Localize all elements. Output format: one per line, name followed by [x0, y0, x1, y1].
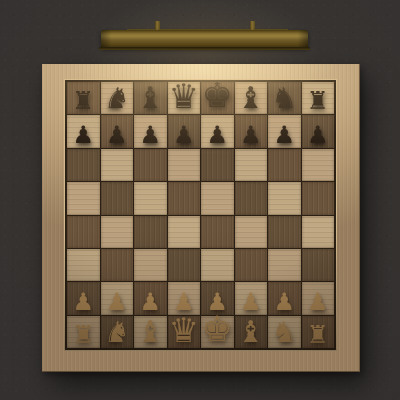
chess-piece-light-p[interactable]: ♟: [273, 290, 295, 314]
square-c6[interactable]: [134, 149, 167, 181]
square-e8[interactable]: ♚: [201, 82, 234, 114]
square-f8[interactable]: ♝: [235, 82, 268, 114]
chess-piece-dark-p[interactable]: ♟: [72, 123, 94, 147]
square-b8[interactable]: ♞: [101, 82, 134, 114]
chess-piece-light-n[interactable]: ♞: [271, 318, 297, 347]
square-e5[interactable]: [201, 182, 234, 214]
chess-piece-light-r[interactable]: ♜: [72, 322, 94, 347]
square-b6[interactable]: [101, 149, 134, 181]
square-h5[interactable]: [302, 182, 335, 214]
square-c5[interactable]: [134, 182, 167, 214]
chess-piece-light-k[interactable]: ♚: [202, 312, 233, 347]
square-f1[interactable]: ♝: [235, 316, 268, 348]
square-g6[interactable]: [268, 149, 301, 181]
square-h1[interactable]: ♜: [302, 316, 335, 348]
square-c7[interactable]: ♟: [134, 115, 167, 147]
square-a1[interactable]: ♜: [67, 316, 100, 348]
square-e4[interactable]: [201, 216, 234, 248]
square-h2[interactable]: ♟: [302, 282, 335, 314]
square-c1[interactable]: ♝: [134, 316, 167, 348]
square-a7[interactable]: ♟: [67, 115, 100, 147]
square-g2[interactable]: ♟: [268, 282, 301, 314]
square-e6[interactable]: [201, 149, 234, 181]
square-a4[interactable]: [67, 216, 100, 248]
chess-piece-light-r[interactable]: ♜: [307, 322, 329, 347]
square-e7[interactable]: ♟: [201, 115, 234, 147]
chess-piece-light-q[interactable]: ♛: [169, 313, 199, 347]
square-b2[interactable]: ♟: [101, 282, 134, 314]
square-d8[interactable]: ♛: [168, 82, 201, 114]
square-g1[interactable]: ♞: [268, 316, 301, 348]
square-h3[interactable]: [302, 249, 335, 281]
square-a8[interactable]: ♜: [67, 82, 100, 114]
wall: { "game": "chess", "position": "rnbqkbnr…: [0, 0, 400, 400]
square-e3[interactable]: [201, 249, 234, 281]
chess-piece-dark-r[interactable]: ♜: [72, 88, 94, 113]
chess-piece-dark-q[interactable]: ♛: [169, 79, 199, 113]
chess-piece-light-b[interactable]: ♝: [237, 317, 264, 347]
square-c2[interactable]: ♟: [134, 282, 167, 314]
light-shade: [101, 30, 308, 48]
chess-piece-dark-p[interactable]: ♟: [307, 123, 329, 147]
square-f2[interactable]: ♟: [235, 282, 268, 314]
square-g5[interactable]: [268, 182, 301, 214]
light-lip: [99, 47, 310, 50]
chess-piece-light-b[interactable]: ♝: [137, 317, 164, 347]
square-a6[interactable]: [67, 149, 100, 181]
square-g4[interactable]: [268, 216, 301, 248]
square-f4[interactable]: [235, 216, 268, 248]
chess-piece-dark-r[interactable]: ♜: [307, 88, 329, 113]
square-g8[interactable]: ♞: [268, 82, 301, 114]
chess-piece-dark-p[interactable]: ♟: [173, 123, 195, 147]
square-f6[interactable]: [235, 149, 268, 181]
square-d6[interactable]: [168, 149, 201, 181]
square-h8[interactable]: ♜: [302, 82, 335, 114]
square-a3[interactable]: [67, 249, 100, 281]
chessboard: ♜♞♝♛♚♝♞♜♟♟♟♟♟♟♟♟♟♟♟♟♟♟♟♟♜♞♝♛♚♝♞♜: [64, 79, 337, 351]
chess-piece-light-p[interactable]: ♟: [72, 290, 94, 314]
square-d3[interactable]: [168, 249, 201, 281]
square-f5[interactable]: [235, 182, 268, 214]
chess-piece-dark-n[interactable]: ♞: [271, 84, 297, 113]
square-h4[interactable]: [302, 216, 335, 248]
square-c3[interactable]: [134, 249, 167, 281]
square-f7[interactable]: ♟: [235, 115, 268, 147]
square-c4[interactable]: [134, 216, 167, 248]
square-b4[interactable]: [101, 216, 134, 248]
square-d5[interactable]: [168, 182, 201, 214]
square-g3[interactable]: [268, 249, 301, 281]
chess-piece-dark-p[interactable]: ♟: [240, 123, 262, 147]
chess-piece-light-p[interactable]: ♟: [240, 290, 262, 314]
square-g7[interactable]: ♟: [268, 115, 301, 147]
chess-piece-light-p[interactable]: ♟: [307, 290, 329, 314]
square-b5[interactable]: [101, 182, 134, 214]
square-a5[interactable]: [67, 182, 100, 214]
chess-piece-light-n[interactable]: ♞: [104, 318, 130, 347]
chess-piece-light-p[interactable]: ♟: [106, 290, 128, 314]
square-c8[interactable]: ♝: [134, 82, 167, 114]
square-h7[interactable]: ♟: [302, 115, 335, 147]
chess-piece-dark-p[interactable]: ♟: [206, 123, 228, 147]
brass-picture-light: [0, 0, 400, 60]
chessboard-frame: ♜♞♝♛♚♝♞♜♟♟♟♟♟♟♟♟♟♟♟♟♟♟♟♟♜♞♝♛♚♝♞♜: [42, 64, 360, 372]
square-d4[interactable]: [168, 216, 201, 248]
square-a2[interactable]: ♟: [67, 282, 100, 314]
chess-piece-dark-p[interactable]: ♟: [106, 123, 128, 147]
chess-piece-dark-b[interactable]: ♝: [237, 83, 264, 113]
square-b7[interactable]: ♟: [101, 115, 134, 147]
chess-piece-light-p[interactable]: ♟: [139, 290, 161, 314]
chess-piece-dark-b[interactable]: ♝: [137, 83, 164, 113]
square-d1[interactable]: ♛: [168, 316, 201, 348]
square-h6[interactable]: [302, 149, 335, 181]
square-d7[interactable]: ♟: [168, 115, 201, 147]
square-b1[interactable]: ♞: [101, 316, 134, 348]
chess-piece-dark-p[interactable]: ♟: [139, 123, 161, 147]
chess-piece-dark-p[interactable]: ♟: [273, 123, 295, 147]
chess-piece-dark-n[interactable]: ♞: [104, 84, 130, 113]
square-b3[interactable]: [101, 249, 134, 281]
chess-piece-dark-k[interactable]: ♚: [202, 78, 233, 113]
square-e1[interactable]: ♚: [201, 316, 234, 348]
square-f3[interactable]: [235, 249, 268, 281]
